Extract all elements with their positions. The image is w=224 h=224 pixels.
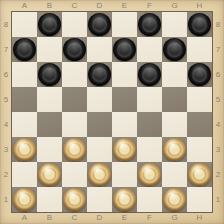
square-h5[interactable] — [187, 87, 212, 112]
white-piece-e1[interactable] — [113, 188, 136, 211]
file-label-d: D — [87, 212, 112, 224]
black-piece-f8[interactable] — [138, 13, 161, 36]
square-b4[interactable] — [37, 112, 62, 137]
file-label-c: C — [62, 0, 87, 12]
square-c3[interactable] — [62, 137, 87, 162]
square-b8[interactable] — [37, 12, 62, 37]
square-e8[interactable] — [112, 12, 137, 37]
square-c2[interactable] — [62, 162, 87, 187]
rank-label-5: 5 — [0, 87, 12, 112]
square-d1[interactable] — [87, 187, 112, 212]
square-c5[interactable] — [62, 87, 87, 112]
square-a3[interactable] — [12, 137, 37, 162]
white-piece-d2[interactable] — [88, 163, 111, 186]
square-g7[interactable] — [162, 37, 187, 62]
white-piece-f2[interactable] — [138, 163, 161, 186]
rank-label-8: 8 — [212, 12, 224, 37]
white-piece-g3[interactable] — [163, 138, 186, 161]
square-f4[interactable] — [137, 112, 162, 137]
square-e6[interactable] — [112, 62, 137, 87]
square-g5[interactable] — [162, 87, 187, 112]
checkers-board — [12, 12, 212, 212]
black-piece-g7[interactable] — [163, 38, 186, 61]
white-piece-c1[interactable] — [63, 188, 86, 211]
white-piece-g1[interactable] — [163, 188, 186, 211]
square-e1[interactable] — [112, 187, 137, 212]
square-g4[interactable] — [162, 112, 187, 137]
square-f1[interactable] — [137, 187, 162, 212]
square-f7[interactable] — [137, 37, 162, 62]
rank-label-6: 6 — [0, 62, 12, 87]
square-c1[interactable] — [62, 187, 87, 212]
black-piece-h6[interactable] — [188, 63, 211, 86]
square-a2[interactable] — [12, 162, 37, 187]
rank-label-4: 4 — [0, 112, 12, 137]
square-d3[interactable] — [87, 137, 112, 162]
square-f3[interactable] — [137, 137, 162, 162]
file-label-f: F — [137, 0, 162, 12]
square-h3[interactable] — [187, 137, 212, 162]
square-c7[interactable] — [62, 37, 87, 62]
white-piece-c3[interactable] — [63, 138, 86, 161]
black-piece-d6[interactable] — [88, 63, 111, 86]
file-label-f: F — [137, 212, 162, 224]
black-piece-b8[interactable] — [38, 13, 61, 36]
file-label-h: H — [187, 0, 212, 12]
square-e3[interactable] — [112, 137, 137, 162]
square-h1[interactable] — [187, 187, 212, 212]
rank-label-1: 1 — [212, 187, 224, 212]
square-b1[interactable] — [37, 187, 62, 212]
square-a8[interactable] — [12, 12, 37, 37]
square-g3[interactable] — [162, 137, 187, 162]
file-label-a: A — [12, 0, 37, 12]
square-g8[interactable] — [162, 12, 187, 37]
rank-label-8: 8 — [0, 12, 12, 37]
rank-label-1: 1 — [0, 187, 12, 212]
square-h2[interactable] — [187, 162, 212, 187]
rank-labels-right: 87654321 — [212, 12, 224, 212]
file-label-a: A — [12, 212, 37, 224]
white-piece-e3[interactable] — [113, 138, 136, 161]
file-label-e: E — [112, 0, 137, 12]
square-c6[interactable] — [62, 62, 87, 87]
square-c8[interactable] — [62, 12, 87, 37]
black-piece-c7[interactable] — [63, 38, 86, 61]
file-label-e: E — [112, 212, 137, 224]
square-h7[interactable] — [187, 37, 212, 62]
square-b6[interactable] — [37, 62, 62, 87]
file-label-c: C — [62, 212, 87, 224]
square-d2[interactable] — [87, 162, 112, 187]
file-label-d: D — [87, 0, 112, 12]
square-a7[interactable] — [12, 37, 37, 62]
rank-label-7: 7 — [212, 37, 224, 62]
rank-label-3: 3 — [212, 137, 224, 162]
square-e7[interactable] — [112, 37, 137, 62]
square-b2[interactable] — [37, 162, 62, 187]
square-a1[interactable] — [12, 187, 37, 212]
white-piece-a3[interactable] — [13, 138, 36, 161]
square-d4[interactable] — [87, 112, 112, 137]
file-labels-top: ABCDEFGH — [12, 0, 212, 12]
black-piece-d8[interactable] — [88, 13, 111, 36]
square-e5[interactable] — [112, 87, 137, 112]
file-label-g: G — [162, 0, 187, 12]
square-g6[interactable] — [162, 62, 187, 87]
rank-label-7: 7 — [0, 37, 12, 62]
square-g1[interactable] — [162, 187, 187, 212]
square-f6[interactable] — [137, 62, 162, 87]
square-d7[interactable] — [87, 37, 112, 62]
square-h6[interactable] — [187, 62, 212, 87]
square-f5[interactable] — [137, 87, 162, 112]
white-piece-a1[interactable] — [13, 188, 36, 211]
square-d5[interactable] — [87, 87, 112, 112]
square-h8[interactable] — [187, 12, 212, 37]
file-label-b: B — [37, 0, 62, 12]
rank-labels-left: 87654321 — [0, 12, 12, 212]
square-a6[interactable] — [12, 62, 37, 87]
square-a5[interactable] — [12, 87, 37, 112]
file-label-g: G — [162, 212, 187, 224]
square-b5[interactable] — [37, 87, 62, 112]
square-f2[interactable] — [137, 162, 162, 187]
file-label-b: B — [37, 212, 62, 224]
black-piece-a7[interactable] — [13, 38, 36, 61]
black-piece-e7[interactable] — [113, 38, 136, 61]
black-piece-f6[interactable] — [138, 63, 161, 86]
square-b7[interactable] — [37, 37, 62, 62]
checkers-app: ABCDEFGH ABCDEFGH 87654321 87654321 — [0, 0, 224, 224]
square-b3[interactable] — [37, 137, 62, 162]
white-piece-h2[interactable] — [188, 163, 211, 186]
square-h4[interactable] — [187, 112, 212, 137]
rank-label-3: 3 — [0, 137, 12, 162]
rank-label-4: 4 — [212, 112, 224, 137]
rank-label-2: 2 — [0, 162, 12, 187]
square-a4[interactable] — [12, 112, 37, 137]
square-d8[interactable] — [87, 12, 112, 37]
square-f8[interactable] — [137, 12, 162, 37]
rank-label-6: 6 — [212, 62, 224, 87]
square-g2[interactable] — [162, 162, 187, 187]
file-labels-bottom: ABCDEFGH — [12, 212, 212, 224]
square-e4[interactable] — [112, 112, 137, 137]
rank-label-5: 5 — [212, 87, 224, 112]
white-piece-b2[interactable] — [38, 163, 61, 186]
square-d6[interactable] — [87, 62, 112, 87]
black-piece-h8[interactable] — [188, 13, 211, 36]
black-piece-b6[interactable] — [38, 63, 61, 86]
square-c4[interactable] — [62, 112, 87, 137]
file-label-h: H — [187, 212, 212, 224]
rank-label-2: 2 — [212, 162, 224, 187]
square-e2[interactable] — [112, 162, 137, 187]
